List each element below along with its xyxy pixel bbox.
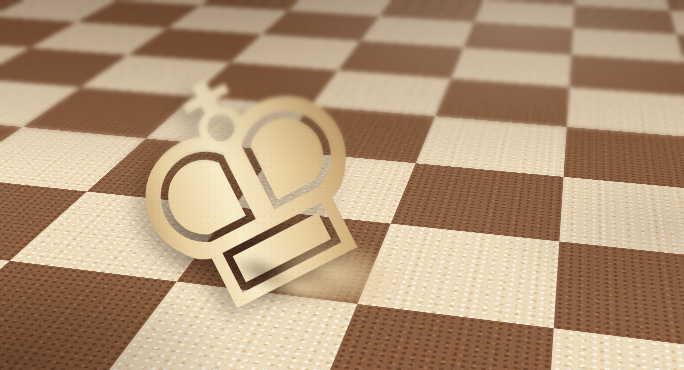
white-king-glyph: ♚: [78, 22, 422, 349]
chessboard-photo-scene: ♚: [0, 0, 684, 370]
white-king-piece: ♚: [120, 71, 380, 301]
